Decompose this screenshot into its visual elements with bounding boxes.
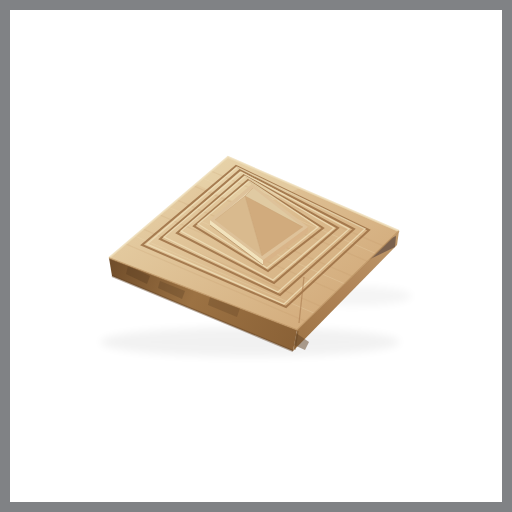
- wood-corner-block-photo: [0, 0, 512, 512]
- product-photo-canvas: [0, 0, 512, 512]
